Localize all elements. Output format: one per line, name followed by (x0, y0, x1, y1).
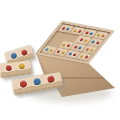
red-dot (95, 41, 100, 44)
yellow-dot (61, 51, 66, 54)
loose-domino-2[interactable] (0, 60, 32, 78)
blue-dot (33, 77, 41, 85)
yellow-dot (18, 63, 25, 70)
red-dot (66, 44, 71, 47)
red-dot (72, 53, 77, 56)
red-dot (20, 48, 27, 55)
red-dot (19, 80, 27, 88)
product-photo-scene (0, 0, 120, 120)
blue-dot (89, 32, 94, 35)
yellow-dot (83, 39, 88, 42)
yellow-dot (49, 48, 54, 51)
red-dot (77, 30, 82, 33)
red-dot (6, 64, 13, 71)
blue-dot (78, 46, 83, 49)
red-dot (47, 75, 55, 83)
box-interior (39, 23, 110, 62)
blue-dot (65, 27, 70, 30)
domino-grid (41, 24, 108, 60)
blue-dot (10, 51, 17, 58)
red-dot (84, 55, 89, 58)
orange-dot (101, 34, 106, 37)
yellow-dot (90, 48, 95, 51)
